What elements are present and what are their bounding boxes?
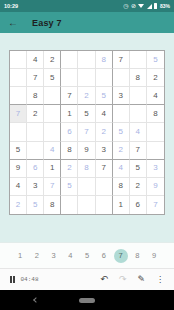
cell-r1c7[interactable]: 7 [113,51,130,69]
cell-r9c7[interactable]: 1 [113,196,130,214]
cell-r7c2[interactable]: 6 [27,160,44,178]
cell-r2c5[interactable] [78,69,95,87]
cell-r5c3[interactable] [44,123,61,141]
cell-r6c4[interactable]: 8 [61,142,78,160]
cell-r4c7[interactable] [113,105,130,123]
battery-icon [154,3,157,9]
cell-r3c5[interactable]: 2 [78,87,95,105]
cell-r5c6[interactable]: 2 [96,123,113,141]
cell-r1c2[interactable]: 4 [27,51,44,69]
cell-r2c1[interactable] [10,69,27,87]
cell-r5c4[interactable]: 6 [61,123,78,141]
cell-r8c8[interactable]: 2 [130,178,147,196]
cell-r2c4[interactable] [61,69,78,87]
cell-r8c3[interactable]: 7 [44,178,61,196]
cell-r2c3[interactable]: 5 [44,69,61,87]
cell-r1c8[interactable] [130,51,147,69]
cell-r9c5[interactable] [78,196,95,214]
numpad-digit-5[interactable]: 5 [80,249,94,263]
cell-r6c3[interactable]: 4 [44,142,61,160]
status-bar: 10:29 ◷ ⊘ 83% [0,0,174,12]
pencil-icon[interactable]: ✎ [137,275,145,284]
cell-r4c2[interactable]: 2 [27,105,44,123]
cell-r2c8[interactable]: 8 [130,69,147,87]
clock-time: 10:29 [4,3,18,9]
undo-icon[interactable]: ↶ [100,275,108,284]
cell-r4c8[interactable] [130,105,147,123]
cell-r9c1[interactable]: 2 [10,196,27,214]
cell-r8c9[interactable]: 9 [147,178,164,196]
cell-r7c6[interactable]: 7 [96,160,113,178]
cell-r8c5[interactable] [78,178,95,196]
content-area: 4287575828725347215486725454893279612874… [0,33,174,242]
cell-r2c6[interactable] [96,69,113,87]
numpad-digit-1[interactable]: 1 [13,249,27,263]
cell-r9c8[interactable]: 6 [130,196,147,214]
cell-r6c8[interactable]: 7 [130,142,147,160]
cell-r2c9[interactable]: 2 [147,69,164,87]
phone-screen: 10:29 ◷ ⊘ 83% ← Easy 7 42875758287253472… [0,0,174,310]
cell-r1c6[interactable]: 8 [96,51,113,69]
cell-r7c3[interactable]: 1 [44,160,61,178]
numpad-digit-7[interactable]: 7 [114,249,128,263]
numpad-digit-8[interactable]: 8 [130,249,144,263]
cell-r4c3[interactable] [44,105,61,123]
cell-r6c1[interactable]: 5 [10,142,27,160]
pause-button[interactable] [10,276,15,283]
cell-r9c4[interactable] [61,196,78,214]
numpad-digit-9[interactable]: 9 [147,249,161,263]
cell-r5c8[interactable]: 4 [130,123,147,141]
cell-r3c2[interactable]: 8 [27,87,44,105]
cell-r9c3[interactable]: 8 [44,196,61,214]
cell-r9c6[interactable] [96,196,113,214]
cell-r3c7[interactable]: 3 [113,87,130,105]
sudoku-board: 4287575828725347215486725454893279612874… [9,50,165,215]
cell-r7c1[interactable]: 9 [10,160,27,178]
cell-r3c3[interactable] [44,87,61,105]
cell-r4c5[interactable]: 5 [78,105,95,123]
cell-r3c8[interactable] [130,87,147,105]
wifi-icon [138,4,144,8]
cell-r2c7[interactable] [113,69,130,87]
cell-signal-icon [147,4,152,9]
cell-r4c4[interactable]: 1 [61,105,78,123]
cell-r7c9[interactable]: 3 [147,160,164,178]
cell-r6c6[interactable]: 3 [96,142,113,160]
cell-r4c6[interactable]: 4 [96,105,113,123]
numpad-digit-4[interactable]: 4 [63,249,77,263]
numpad-digit-2[interactable]: 2 [30,249,44,263]
do-not-disturb-icon: ⊘ [131,3,136,9]
cell-r8c6[interactable] [96,178,113,196]
cell-r8c4[interactable]: 5 [61,178,78,196]
cell-r7c5[interactable]: 8 [78,160,95,178]
timer: 04:48 [21,276,39,283]
back-arrow-icon[interactable]: ← [8,17,22,28]
page-title: Easy 7 [32,18,62,28]
cell-r5c9[interactable] [147,123,164,141]
cell-r1c1[interactable] [10,51,27,69]
cell-r7c4[interactable]: 2 [61,160,78,178]
android-nav-bar [0,290,174,310]
numpad-digit-3[interactable]: 3 [47,249,61,263]
cell-r5c1[interactable] [10,123,27,141]
toolbar-actions: ↶ ↷ ✎ ⋮ [100,275,164,284]
alarm-icon: ◷ [123,3,128,9]
cell-r3c1[interactable] [10,87,27,105]
cell-r9c9[interactable]: 7 [147,196,164,214]
battery-percent: 83% [160,3,170,9]
numpad: 123456789 [0,242,174,268]
cell-r1c4[interactable] [61,51,78,69]
cell-r4c1[interactable]: 7 [10,105,27,123]
nav-home-pill[interactable] [79,298,95,303]
bottom-toolbar: 04:48 ↶ ↷ ✎ ⋮ [0,268,174,290]
cell-r1c3[interactable]: 2 [44,51,61,69]
cell-r1c5[interactable] [78,51,95,69]
numpad-digit-6[interactable]: 6 [97,249,111,263]
cell-r6c9[interactable] [147,142,164,160]
cell-r5c7[interactable]: 5 [113,123,130,141]
cell-r4c9[interactable]: 8 [147,105,164,123]
app-bar: ← Easy 7 [0,12,174,33]
cell-r3c6[interactable]: 5 [96,87,113,105]
cell-r6c2[interactable] [27,142,44,160]
cell-r7c8[interactable]: 5 [130,160,147,178]
overflow-menu-icon[interactable]: ⋮ [156,276,164,284]
nav-back-icon[interactable] [33,297,39,303]
cell-r1c9[interactable]: 5 [147,51,164,69]
cell-r5c2[interactable] [27,123,44,141]
redo-icon[interactable]: ↷ [119,275,127,284]
cell-r3c4[interactable]: 7 [61,87,78,105]
cell-r6c5[interactable]: 9 [78,142,95,160]
cell-r8c7[interactable]: 8 [113,178,130,196]
cell-r9c2[interactable]: 5 [27,196,44,214]
cell-r5c5[interactable]: 7 [78,123,95,141]
cell-r6c7[interactable]: 2 [113,142,130,160]
cell-r8c2[interactable]: 3 [27,178,44,196]
cell-r8c1[interactable]: 4 [10,178,27,196]
cell-r3c9[interactable]: 4 [147,87,164,105]
status-icons: ◷ ⊘ 83% [123,3,170,9]
cell-r7c7[interactable]: 4 [113,160,130,178]
cell-r2c2[interactable]: 7 [27,69,44,87]
